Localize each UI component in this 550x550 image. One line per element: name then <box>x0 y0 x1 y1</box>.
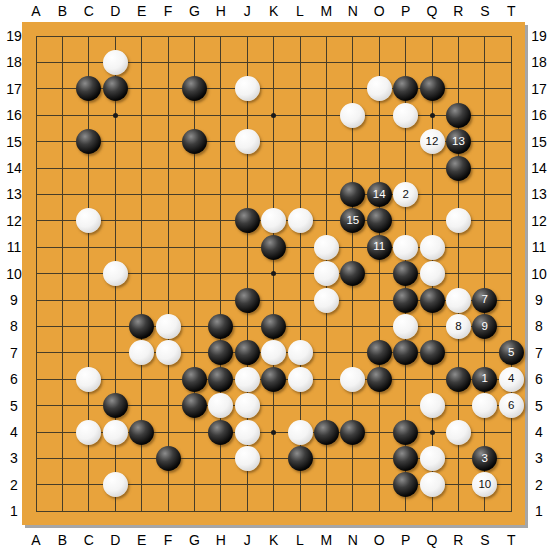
stone-E4[interactable] <box>129 420 154 445</box>
stone-M9[interactable] <box>314 288 339 313</box>
stone-R8[interactable]: 8 <box>446 314 471 339</box>
stone-Q11[interactable] <box>420 235 445 260</box>
stone-T5[interactable]: 6 <box>499 393 524 418</box>
col-label-bottom-M: M <box>321 532 333 548</box>
stone-D4[interactable] <box>103 420 128 445</box>
row-label-left-13: 13 <box>6 186 22 202</box>
row-label-left-19: 19 <box>6 28 22 44</box>
row-label-right-9: 9 <box>535 292 543 308</box>
row-label-right-19: 19 <box>531 28 547 44</box>
move-number-7: 7 <box>482 294 488 306</box>
move-number-14: 14 <box>373 189 386 201</box>
stone-H4[interactable] <box>208 420 233 445</box>
move-number-5: 5 <box>508 347 514 359</box>
row-label-right-4: 4 <box>535 424 543 440</box>
stone-R15[interactable]: 13 <box>446 129 471 154</box>
row-label-left-16: 16 <box>6 107 22 123</box>
col-label-top-E: E <box>137 3 146 19</box>
col-label-bottom-S: S <box>480 532 489 548</box>
stone-R6[interactable] <box>446 367 471 392</box>
col-label-top-D: D <box>110 3 120 19</box>
stone-Q2[interactable] <box>420 472 445 497</box>
row-label-right-18: 18 <box>531 54 547 70</box>
stone-J17[interactable] <box>235 76 260 101</box>
row-label-right-2: 2 <box>535 477 543 493</box>
row-label-left-4: 4 <box>10 424 18 440</box>
go-board-diagram: 121314215117895146310AABBCCDDEEFFGGHHJJK… <box>0 0 550 550</box>
stone-M4[interactable] <box>314 420 339 445</box>
col-label-bottom-N: N <box>348 532 358 548</box>
col-label-bottom-C: C <box>84 532 94 548</box>
stone-L4[interactable] <box>288 420 313 445</box>
col-label-top-O: O <box>374 3 385 19</box>
row-label-right-13: 13 <box>531 186 547 202</box>
stone-R16[interactable] <box>446 103 471 128</box>
stone-K6[interactable] <box>261 367 286 392</box>
row-label-right-1: 1 <box>535 503 543 519</box>
move-number-12: 12 <box>426 136 439 148</box>
stone-S9[interactable]: 7 <box>472 288 497 313</box>
move-number-4: 4 <box>508 373 514 385</box>
stone-N6[interactable] <box>340 367 365 392</box>
stone-P8[interactable] <box>393 314 418 339</box>
stone-O6[interactable] <box>367 367 392 392</box>
col-label-bottom-A: A <box>31 532 40 548</box>
col-label-bottom-T: T <box>507 532 516 548</box>
stone-P4[interactable] <box>393 420 418 445</box>
move-number-10: 10 <box>478 479 491 491</box>
stone-D2[interactable] <box>103 472 128 497</box>
stone-G6[interactable] <box>182 367 207 392</box>
row-label-left-7: 7 <box>10 345 18 361</box>
row-label-left-18: 18 <box>6 54 22 70</box>
grid-line-horizontal <box>36 511 512 512</box>
col-label-bottom-K: K <box>269 532 278 548</box>
col-label-top-M: M <box>321 3 333 19</box>
row-label-right-15: 15 <box>531 134 547 150</box>
stone-P9[interactable] <box>393 288 418 313</box>
move-number-2: 2 <box>402 189 408 201</box>
stone-O7[interactable] <box>367 340 392 365</box>
stone-S6[interactable]: 1 <box>472 367 497 392</box>
move-number-11: 11 <box>373 241 385 253</box>
row-label-left-15: 15 <box>6 134 22 150</box>
row-label-left-1: 1 <box>10 503 18 519</box>
row-label-left-17: 17 <box>6 81 22 97</box>
stone-L6[interactable] <box>288 367 313 392</box>
col-label-bottom-F: F <box>164 532 173 548</box>
col-label-top-L: L <box>296 3 304 19</box>
col-label-bottom-G: G <box>189 532 200 548</box>
row-label-left-2: 2 <box>10 477 18 493</box>
stone-F8[interactable] <box>156 314 181 339</box>
move-number-3: 3 <box>482 453 488 465</box>
star-point <box>430 113 435 118</box>
col-label-bottom-H: H <box>216 532 226 548</box>
row-label-left-9: 9 <box>10 292 18 308</box>
star-point <box>271 430 276 435</box>
stone-G15[interactable] <box>182 129 207 154</box>
stone-N4[interactable] <box>340 420 365 445</box>
stone-F7[interactable] <box>156 340 181 365</box>
star-point <box>113 113 118 118</box>
stone-D18[interactable] <box>103 50 128 75</box>
grid-line-vertical <box>511 36 512 512</box>
stone-O11[interactable]: 11 <box>367 235 392 260</box>
stone-R14[interactable] <box>446 156 471 181</box>
stone-J4[interactable] <box>235 420 260 445</box>
col-label-bottom-P: P <box>401 532 410 548</box>
stone-P3[interactable] <box>393 446 418 471</box>
col-label-top-G: G <box>189 3 200 19</box>
stone-N16[interactable] <box>340 103 365 128</box>
row-label-left-8: 8 <box>10 318 18 334</box>
row-label-right-14: 14 <box>531 160 547 176</box>
stone-Q5[interactable] <box>420 393 445 418</box>
row-label-left-12: 12 <box>6 213 22 229</box>
row-label-left-14: 14 <box>6 160 22 176</box>
stone-M10[interactable] <box>314 261 339 286</box>
col-label-top-F: F <box>164 3 173 19</box>
move-number-6: 6 <box>508 400 514 412</box>
stone-D17[interactable] <box>103 76 128 101</box>
row-label-left-11: 11 <box>7 239 22 255</box>
col-label-top-R: R <box>453 3 463 19</box>
row-label-left-10: 10 <box>6 266 22 282</box>
col-label-bottom-Q: Q <box>427 532 438 548</box>
stone-O13[interactable]: 14 <box>367 182 392 207</box>
stone-T6[interactable]: 4 <box>499 367 524 392</box>
row-label-right-7: 7 <box>535 345 543 361</box>
grid-line-vertical <box>484 36 485 512</box>
stone-L12[interactable] <box>288 208 313 233</box>
stone-T7[interactable]: 5 <box>499 340 524 365</box>
stone-Q10[interactable] <box>420 261 445 286</box>
stone-Q7[interactable] <box>420 340 445 365</box>
col-label-top-Q: Q <box>427 3 438 19</box>
stone-J12[interactable] <box>235 208 260 233</box>
stone-J3[interactable] <box>235 446 260 471</box>
row-label-left-5: 5 <box>10 398 18 414</box>
row-label-left-6: 6 <box>10 371 18 387</box>
stone-L7[interactable] <box>288 340 313 365</box>
col-label-top-S: S <box>480 3 489 19</box>
row-label-right-6: 6 <box>535 371 543 387</box>
stone-J7[interactable] <box>235 340 260 365</box>
stone-F3[interactable] <box>156 446 181 471</box>
stone-E8[interactable] <box>129 314 154 339</box>
col-label-bottom-B: B <box>58 532 67 548</box>
stone-J5[interactable] <box>235 393 260 418</box>
col-label-top-B: B <box>58 3 67 19</box>
row-label-right-10: 10 <box>531 266 547 282</box>
col-label-bottom-E: E <box>137 532 146 548</box>
star-point <box>271 113 276 118</box>
stone-J15[interactable] <box>235 129 260 154</box>
stone-L3[interactable] <box>288 446 313 471</box>
stone-R4[interactable] <box>446 420 471 445</box>
stone-R9[interactable] <box>446 288 471 313</box>
stone-H6[interactable] <box>208 367 233 392</box>
col-label-bottom-D: D <box>110 532 120 548</box>
stone-Q3[interactable] <box>420 446 445 471</box>
move-number-9: 9 <box>482 321 488 333</box>
stone-D10[interactable] <box>103 261 128 286</box>
stone-D5[interactable] <box>103 393 128 418</box>
stone-P13[interactable]: 2 <box>393 182 418 207</box>
row-label-left-3: 3 <box>10 450 18 466</box>
stone-Q15[interactable]: 12 <box>420 129 445 154</box>
row-label-right-8: 8 <box>535 318 543 334</box>
col-label-bottom-R: R <box>453 532 463 548</box>
stone-C6[interactable] <box>76 367 101 392</box>
col-label-top-K: K <box>269 3 278 19</box>
star-point <box>430 430 435 435</box>
col-label-top-J: J <box>244 3 251 19</box>
stone-Q9[interactable] <box>420 288 445 313</box>
row-label-right-3: 3 <box>535 450 543 466</box>
stone-J6[interactable] <box>235 367 260 392</box>
grid-line-vertical <box>379 36 380 512</box>
row-label-right-12: 12 <box>531 213 547 229</box>
col-label-top-H: H <box>216 3 226 19</box>
stone-Q17[interactable] <box>420 76 445 101</box>
stone-M11[interactable] <box>314 235 339 260</box>
col-label-top-C: C <box>84 3 94 19</box>
move-number-8: 8 <box>455 321 461 333</box>
stone-C4[interactable] <box>76 420 101 445</box>
stone-P11[interactable] <box>393 235 418 260</box>
stone-G5[interactable] <box>182 393 207 418</box>
stone-P16[interactable] <box>393 103 418 128</box>
col-label-bottom-L: L <box>296 532 304 548</box>
col-label-top-N: N <box>348 3 358 19</box>
stone-J9[interactable] <box>235 288 260 313</box>
row-label-right-5: 5 <box>535 398 543 414</box>
row-label-right-11: 11 <box>532 239 547 255</box>
stone-K8[interactable] <box>261 314 286 339</box>
col-label-bottom-J: J <box>244 532 251 548</box>
move-number-13: 13 <box>452 136 465 148</box>
col-label-top-A: A <box>31 3 40 19</box>
stone-O17[interactable] <box>367 76 392 101</box>
stone-O12[interactable] <box>367 208 392 233</box>
move-number-1: 1 <box>482 373 488 385</box>
move-number-15: 15 <box>346 215 359 227</box>
col-label-top-P: P <box>401 3 410 19</box>
stone-K11[interactable] <box>261 235 286 260</box>
row-label-right-16: 16 <box>531 107 547 123</box>
col-label-top-T: T <box>507 3 516 19</box>
col-label-bottom-O: O <box>374 532 385 548</box>
row-label-right-17: 17 <box>531 81 547 97</box>
